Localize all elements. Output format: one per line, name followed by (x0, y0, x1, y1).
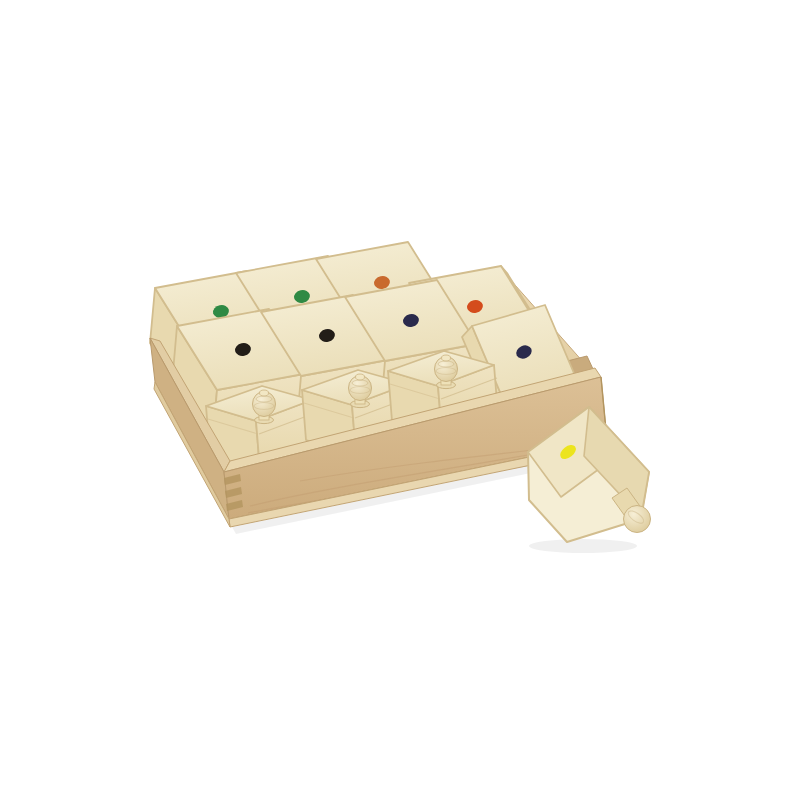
wooden-knob (253, 390, 276, 424)
wooden-knob (349, 374, 372, 408)
wooden-knob (435, 355, 458, 389)
scene-svg (0, 0, 800, 800)
product-photo (0, 0, 800, 800)
